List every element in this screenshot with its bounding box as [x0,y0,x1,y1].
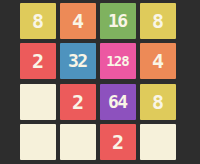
cell-r1c3: 16 [100,3,136,39]
cell-r2c2: 32 [60,43,96,79]
cell-r3c2: 2 [60,84,96,120]
cell-r4c3: 2 [100,124,136,160]
cell-r1c4: 8 [140,3,176,39]
cell-r2c3: 128 [100,43,136,79]
cell-r4c4 [140,124,176,160]
cell-r1c2: 4 [60,3,96,39]
cell-r1c1: 8 [20,3,56,39]
cell-r2c1: 2 [20,43,56,79]
cell-r3c4: 8 [140,84,176,120]
cell-r4c1 [20,124,56,160]
app-background: 8 4 16 8 2 32 128 4 2 64 8 2 [0,0,200,164]
cell-r3c1 [20,84,56,120]
game-board[interactable]: 8 4 16 8 2 32 128 4 2 64 8 2 [20,3,176,160]
cell-r4c2 [60,124,96,160]
cell-r2c4: 4 [140,43,176,79]
cell-r3c3: 64 [100,84,136,120]
